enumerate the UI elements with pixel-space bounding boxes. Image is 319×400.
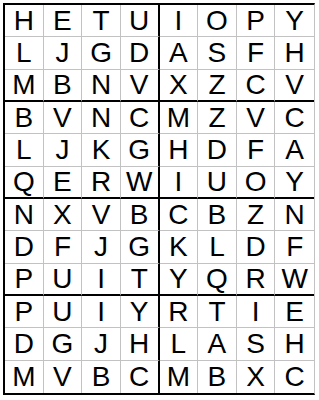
grid-cell[interactable]: J — [82, 328, 121, 360]
grid-cell[interactable]: R — [160, 296, 199, 328]
grid-cell[interactable]: L — [160, 328, 199, 360]
grid-cell[interactable]: J — [44, 37, 83, 69]
grid-cell[interactable]: C — [160, 199, 199, 231]
grid-cell[interactable]: U — [44, 296, 83, 328]
grid-cell[interactable]: I — [160, 167, 199, 199]
grid-cell[interactable]: Y — [121, 296, 160, 328]
grid-cell[interactable]: B — [198, 361, 237, 393]
grid-cell[interactable]: I — [82, 296, 121, 328]
grid-cell[interactable]: U — [198, 167, 237, 199]
grid-cell[interactable]: P — [5, 264, 44, 296]
grid-cell[interactable]: D — [237, 231, 276, 263]
grid-cell[interactable]: J — [44, 134, 83, 166]
grid-cell[interactable]: D — [121, 37, 160, 69]
grid-cell[interactable]: V — [82, 199, 121, 231]
grid-cell[interactable]: C — [275, 102, 314, 134]
grid-cell[interactable]: B — [5, 102, 44, 134]
grid-cell[interactable]: X — [44, 199, 83, 231]
grid-cell[interactable]: H — [275, 37, 314, 69]
grid-cell[interactable]: H — [121, 328, 160, 360]
grid-cell[interactable]: I — [160, 5, 199, 37]
grid-cell[interactable]: N — [275, 199, 314, 231]
grid-cell[interactable]: F — [44, 231, 83, 263]
grid-cell[interactable]: I — [82, 264, 121, 296]
grid-cell[interactable]: I — [237, 296, 276, 328]
grid-cell[interactable]: N — [5, 199, 44, 231]
grid-cell[interactable]: E — [275, 296, 314, 328]
grid-cell[interactable]: B — [44, 70, 83, 102]
grid-cell[interactable]: U — [44, 264, 83, 296]
grid-cell[interactable]: V — [237, 102, 276, 134]
grid-cell[interactable]: N — [82, 70, 121, 102]
grid-cell[interactable]: U — [121, 5, 160, 37]
grid-cell[interactable]: V — [121, 70, 160, 102]
grid-cell[interactable]: Z — [237, 199, 276, 231]
grid-cell[interactable]: B — [82, 361, 121, 393]
grid-cell[interactable]: S — [198, 37, 237, 69]
grid-cell[interactable]: L — [5, 134, 44, 166]
grid-cell[interactable]: D — [198, 134, 237, 166]
grid-cell[interactable]: L — [198, 231, 237, 263]
grid-cell[interactable]: F — [237, 134, 276, 166]
letter-grid: HETUIOPYLJGDASFHMBNVXZCVBVNCMZVCLJKGHDFA… — [3, 3, 315, 395]
grid-cell[interactable]: C — [121, 102, 160, 134]
grid-cell[interactable]: E — [44, 167, 83, 199]
grid-cell[interactable]: B — [198, 199, 237, 231]
grid-cell[interactable]: A — [160, 37, 199, 69]
grid-cell[interactable]: X — [237, 361, 276, 393]
grid-cell[interactable]: P — [5, 296, 44, 328]
grid-cell[interactable]: N — [82, 102, 121, 134]
grid-cell[interactable]: K — [160, 231, 199, 263]
grid-cell[interactable]: D — [5, 231, 44, 263]
grid-cell[interactable]: Z — [198, 102, 237, 134]
grid-cell[interactable]: G — [121, 134, 160, 166]
grid-cell[interactable]: O — [198, 5, 237, 37]
grid-cell[interactable]: A — [198, 328, 237, 360]
puzzle-page: HETUIOPYLJGDASFHMBNVXZCVBVNCMZVCLJKGHDFA… — [0, 0, 319, 400]
grid-cell[interactable]: W — [121, 167, 160, 199]
grid-cell[interactable]: A — [275, 134, 314, 166]
grid-cell[interactable]: V — [275, 70, 314, 102]
grid-cell[interactable]: C — [237, 70, 276, 102]
grid-cell[interactable]: B — [121, 199, 160, 231]
grid-cell[interactable]: C — [275, 361, 314, 393]
grid-cell[interactable]: R — [237, 264, 276, 296]
grid-cell[interactable]: T — [121, 264, 160, 296]
grid-cell[interactable]: H — [160, 134, 199, 166]
grid-cell[interactable]: H — [5, 5, 44, 37]
grid-cell[interactable]: P — [237, 5, 276, 37]
grid-cell[interactable]: X — [160, 70, 199, 102]
grid-cell[interactable]: C — [121, 361, 160, 393]
grid-cell[interactable]: D — [5, 328, 44, 360]
grid-cell[interactable]: H — [275, 328, 314, 360]
grid-cell[interactable]: W — [275, 264, 314, 296]
grid-cell[interactable]: S — [237, 328, 276, 360]
grid-cell[interactable]: F — [237, 37, 276, 69]
grid-cell[interactable]: F — [275, 231, 314, 263]
grid-cell[interactable]: Q — [198, 264, 237, 296]
grid-cell[interactable]: E — [44, 5, 83, 37]
grid-cell[interactable]: G — [121, 231, 160, 263]
grid-cell[interactable]: V — [44, 361, 83, 393]
grid-cell[interactable]: M — [160, 361, 199, 393]
grid-cell[interactable]: Y — [160, 264, 199, 296]
grid-cell[interactable]: M — [160, 102, 199, 134]
grid-cell[interactable]: Z — [198, 70, 237, 102]
grid-cell[interactable]: R — [82, 167, 121, 199]
grid-cell[interactable]: V — [44, 102, 83, 134]
grid-cell[interactable]: T — [82, 5, 121, 37]
grid-cell[interactable]: T — [198, 296, 237, 328]
grid-cell[interactable]: L — [5, 37, 44, 69]
grid-cell[interactable]: Y — [275, 5, 314, 37]
grid-cell[interactable]: G — [44, 328, 83, 360]
grid-cell[interactable]: J — [82, 231, 121, 263]
grid-cell[interactable]: M — [5, 70, 44, 102]
grid-cell[interactable]: Y — [275, 167, 314, 199]
grid-cell[interactable]: G — [82, 37, 121, 69]
grid-cell[interactable]: O — [237, 167, 276, 199]
grid-cell[interactable]: Q — [5, 167, 44, 199]
grid-cell[interactable]: K — [82, 134, 121, 166]
grid-cell[interactable]: M — [5, 361, 44, 393]
